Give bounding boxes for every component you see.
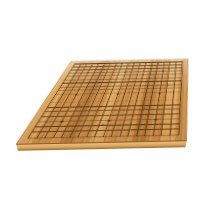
product-photo — [0, 0, 200, 200]
star-point — [158, 92, 161, 93]
perspective-scene — [0, 0, 200, 200]
go-grid — [27, 62, 183, 139]
go-board — [0, 0, 200, 200]
board-surface — [16, 59, 188, 144]
grid-cell — [170, 129, 179, 135]
